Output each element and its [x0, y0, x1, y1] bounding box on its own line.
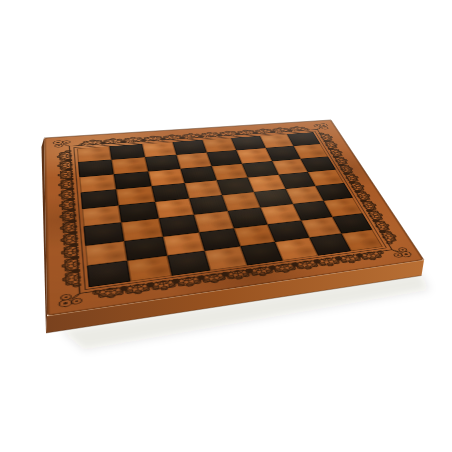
- photo-stage: [0, 0, 452, 452]
